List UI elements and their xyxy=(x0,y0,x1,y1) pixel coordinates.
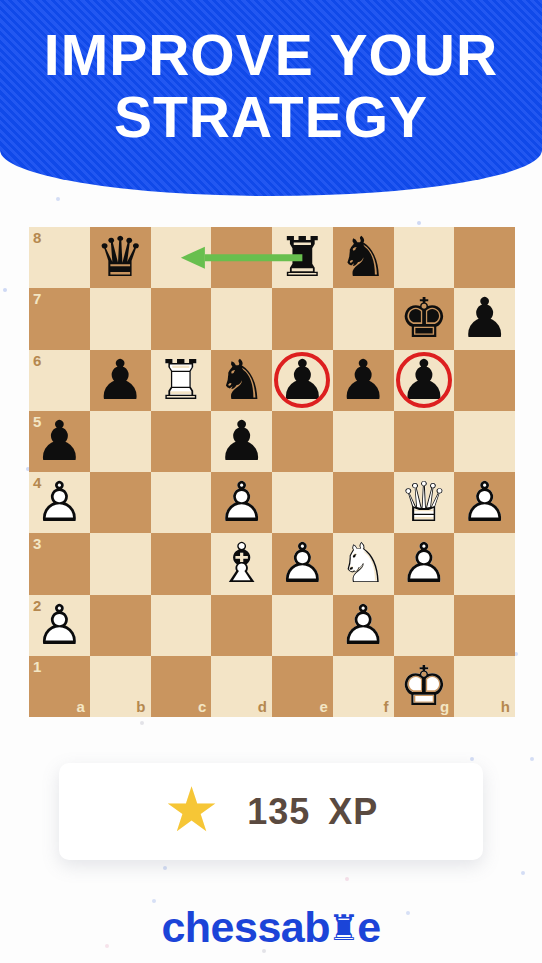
black-rook: ♜ xyxy=(278,230,327,285)
white-king: ♚♔ xyxy=(399,659,448,714)
square-e4[interactable] xyxy=(272,472,333,533)
white-pawn: ♟♙ xyxy=(35,475,84,530)
square-a2[interactable]: 2♟♙ xyxy=(29,595,90,656)
square-d6[interactable]: ♞ xyxy=(211,350,272,411)
square-d5[interactable]: ♟ xyxy=(211,411,272,472)
square-g7[interactable]: ♚ xyxy=(394,288,455,349)
square-h4[interactable]: ♟♙ xyxy=(454,472,515,533)
square-f4[interactable] xyxy=(333,472,394,533)
square-d1[interactable]: d xyxy=(211,656,272,717)
file-label-d: d xyxy=(258,698,267,715)
square-f2[interactable]: ♟♙ xyxy=(333,595,394,656)
square-h8[interactable] xyxy=(454,227,515,288)
square-f8[interactable]: ♞ xyxy=(333,227,394,288)
square-b7[interactable] xyxy=(90,288,151,349)
logo-text-prefix: chessab xyxy=(161,903,330,951)
square-h1[interactable]: h xyxy=(454,656,515,717)
square-g2[interactable] xyxy=(394,595,455,656)
square-e6[interactable]: ♟ xyxy=(272,350,333,411)
highlight-circle-e6 xyxy=(274,352,330,408)
square-d2[interactable] xyxy=(211,595,272,656)
xp-amount: 135 XP xyxy=(247,791,378,833)
square-b2[interactable] xyxy=(90,595,151,656)
black-pawn: ♟ xyxy=(95,353,144,408)
square-c7[interactable] xyxy=(151,288,212,349)
square-b5[interactable] xyxy=(90,411,151,472)
square-c5[interactable] xyxy=(151,411,212,472)
file-label-e: e xyxy=(319,698,327,715)
square-e5[interactable] xyxy=(272,411,333,472)
square-h5[interactable] xyxy=(454,411,515,472)
square-c8[interactable] xyxy=(151,227,212,288)
square-e7[interactable] xyxy=(272,288,333,349)
rank-label-6: 6 xyxy=(33,352,41,369)
page-title-line1: IMPROVE YOUR xyxy=(0,24,542,86)
white-pawn: ♟♙ xyxy=(399,536,448,591)
square-c3[interactable] xyxy=(151,533,212,594)
square-e8[interactable]: ♜ xyxy=(272,227,333,288)
square-c1[interactable]: c xyxy=(151,656,212,717)
square-g4[interactable]: ♛♕ xyxy=(394,472,455,533)
file-label-h: h xyxy=(501,698,510,715)
white-bishop: ♝♗ xyxy=(217,536,266,591)
page-title: IMPROVE YOUR STRATEGY xyxy=(0,0,542,148)
black-pawn: ♟ xyxy=(460,291,509,346)
white-pawn: ♟♙ xyxy=(35,598,84,653)
square-b3[interactable] xyxy=(90,533,151,594)
square-f7[interactable] xyxy=(333,288,394,349)
square-e1[interactable]: e xyxy=(272,656,333,717)
square-h7[interactable]: ♟ xyxy=(454,288,515,349)
black-queen: ♛ xyxy=(95,230,144,285)
square-b1[interactable]: b xyxy=(90,656,151,717)
star-icon: ★ xyxy=(164,779,220,841)
rank-label-1: 1 xyxy=(33,658,41,675)
square-a3[interactable]: 3 xyxy=(29,533,90,594)
square-d4[interactable]: ♟♙ xyxy=(211,472,272,533)
chess-board: 8♛♜♞7♚♟6♟♜♖♞♟♟♟5♟♟4♟♙♟♙♛♕♟♙3♝♗♟♙♞♘♟♙2♟♙♟… xyxy=(29,227,515,717)
black-pawn: ♟ xyxy=(338,353,387,408)
chessable-logo[interactable]: chessab♜e xyxy=(0,903,542,952)
black-pawn: ♟ xyxy=(217,414,266,469)
square-b8[interactable]: ♛ xyxy=(90,227,151,288)
square-a6[interactable]: 6 xyxy=(29,350,90,411)
white-pawn: ♟♙ xyxy=(338,598,387,653)
xp-value: 135 xyxy=(247,791,310,833)
file-label-a: a xyxy=(76,698,84,715)
square-a5[interactable]: 5♟ xyxy=(29,411,90,472)
square-d3[interactable]: ♝♗ xyxy=(211,533,272,594)
rank-label-7: 7 xyxy=(33,290,41,307)
square-c6[interactable]: ♜♖ xyxy=(151,350,212,411)
square-a8[interactable]: 8 xyxy=(29,227,90,288)
square-g6[interactable]: ♟ xyxy=(394,350,455,411)
square-h2[interactable] xyxy=(454,595,515,656)
white-pawn: ♟♙ xyxy=(460,475,509,530)
header-banner: IMPROVE YOUR STRATEGY xyxy=(0,0,542,196)
square-d7[interactable] xyxy=(211,288,272,349)
square-a7[interactable]: 7 xyxy=(29,288,90,349)
rook-icon: ♜ xyxy=(328,907,359,948)
white-knight: ♞♘ xyxy=(338,536,387,591)
file-label-f: f xyxy=(384,698,389,715)
xp-unit: XP xyxy=(328,791,378,833)
white-pawn: ♟♙ xyxy=(217,475,266,530)
white-pawn: ♟♙ xyxy=(278,536,327,591)
black-knight: ♞ xyxy=(217,353,266,408)
white-queen: ♛♕ xyxy=(399,475,448,530)
square-g1[interactable]: g♚♔ xyxy=(394,656,455,717)
black-pawn: ♟ xyxy=(35,414,84,469)
square-e3[interactable]: ♟♙ xyxy=(272,533,333,594)
square-f6[interactable]: ♟ xyxy=(333,350,394,411)
white-rook: ♜♖ xyxy=(156,353,205,408)
black-knight: ♞ xyxy=(338,230,387,285)
square-a4[interactable]: 4♟♙ xyxy=(29,472,90,533)
file-label-c: c xyxy=(198,698,206,715)
square-c2[interactable] xyxy=(151,595,212,656)
square-b4[interactable] xyxy=(90,472,151,533)
square-d8[interactable] xyxy=(211,227,272,288)
square-f3[interactable]: ♞♘ xyxy=(333,533,394,594)
square-c4[interactable] xyxy=(151,472,212,533)
square-f1[interactable]: f xyxy=(333,656,394,717)
square-e2[interactable] xyxy=(272,595,333,656)
xp-reward-card: ★ 135 XP xyxy=(59,763,483,860)
file-label-b: b xyxy=(136,698,145,715)
rank-label-8: 8 xyxy=(33,229,41,246)
square-g5[interactable] xyxy=(394,411,455,472)
highlight-circle-g6 xyxy=(396,352,452,408)
square-h6[interactable] xyxy=(454,350,515,411)
square-f5[interactable] xyxy=(333,411,394,472)
square-g3[interactable]: ♟♙ xyxy=(394,533,455,594)
square-h3[interactable] xyxy=(454,533,515,594)
black-king: ♚ xyxy=(399,291,448,346)
logo-text-suffix: e xyxy=(357,903,380,951)
rank-label-3: 3 xyxy=(33,535,41,552)
square-a1[interactable]: 1a xyxy=(29,656,90,717)
page-title-line2: STRATEGY xyxy=(0,86,542,148)
square-g8[interactable] xyxy=(394,227,455,288)
square-b6[interactable]: ♟ xyxy=(90,350,151,411)
